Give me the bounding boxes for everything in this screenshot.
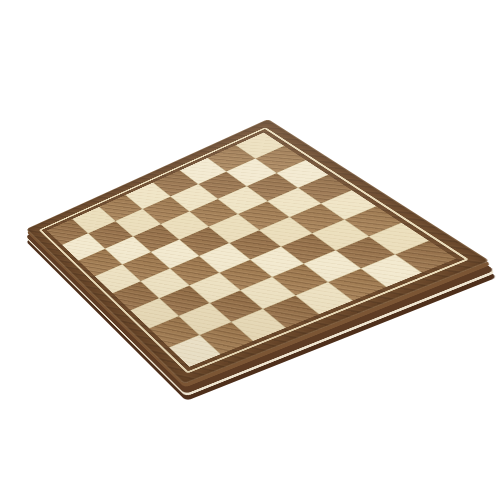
product-photo-background xyxy=(0,0,500,500)
chess-board xyxy=(26,119,490,384)
playing-field xyxy=(47,132,456,366)
